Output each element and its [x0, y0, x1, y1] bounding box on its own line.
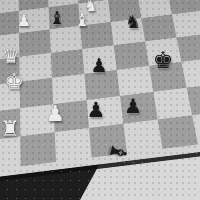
piece-white-pawn-a7[interactable]: ♟ — [16, 13, 32, 29]
chessboard-photo-scene: ♞♟♝♝♞♛♚♟♚♟♟♟♜♝ — [0, 0, 200, 200]
square-g4[interactable] — [177, 34, 200, 62]
piece-white-bishop-c7[interactable]: ♝ — [73, 11, 91, 29]
piece-black-bishop-b7[interactable]: ♝ — [48, 9, 66, 27]
piece-white-pawn-b4[interactable]: ♟ — [44, 103, 66, 125]
square-c1[interactable] — [55, 128, 92, 162]
square-b1[interactable] — [20, 132, 56, 166]
piece-black-king-f5[interactable]: ♚ — [152, 49, 175, 72]
piece-white-king-a5[interactable]: ♚ — [3, 71, 25, 93]
square-a1[interactable] — [0, 136, 21, 170]
piece-white-queen-a6[interactable]: ♛ — [1, 46, 21, 66]
square-f1[interactable] — [158, 115, 198, 149]
piece-black-pawn-d5[interactable]: ♟ — [90, 56, 109, 75]
piece-white-rook-a3[interactable]: ♜ — [0, 118, 21, 140]
piece-black-pawn-d4[interactable]: ♟ — [86, 100, 107, 121]
piece-black-knight-e7[interactable]: ♞ — [124, 13, 142, 31]
square-g5[interactable] — [172, 11, 200, 38]
square-f2[interactable] — [153, 88, 192, 120]
piece-black-pawn-e4[interactable]: ♟ — [123, 96, 143, 116]
